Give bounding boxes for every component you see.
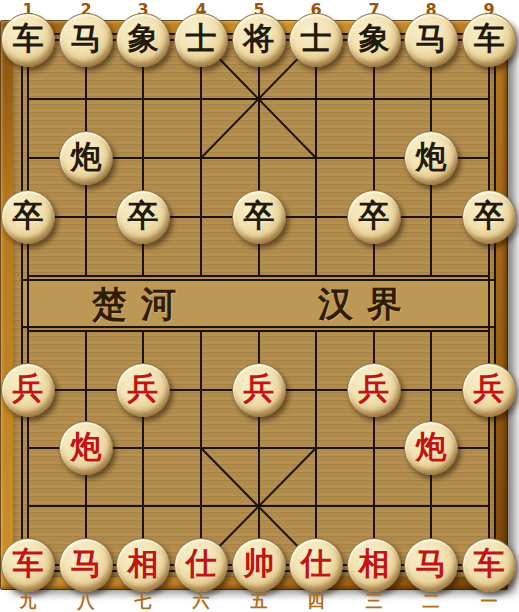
piece-glyph: 兵 (474, 368, 505, 410)
file-label-bottom-1: 九 (8, 590, 48, 612)
piece-red-soldier[interactable]: 兵 (462, 363, 516, 417)
piece-black-soldier[interactable]: 卒 (462, 190, 516, 244)
piece-black-chariot[interactable]: 车 (1, 13, 55, 67)
piece-glyph: 卒 (474, 195, 505, 237)
piece-glyph: 车 (474, 18, 505, 60)
piece-glyph: 兵 (13, 368, 44, 410)
piece-glyph: 卒 (244, 195, 275, 237)
piece-glyph: 兵 (128, 368, 159, 410)
piece-glyph: 车 (13, 18, 44, 60)
piece-glyph: 将 (244, 18, 275, 60)
piece-black-advisor[interactable]: 士 (174, 13, 228, 67)
piece-glyph: 炮 (416, 136, 447, 178)
piece-red-chariot[interactable]: 车 (1, 538, 55, 592)
piece-glyph: 相 (359, 543, 390, 585)
file-label-bottom-9: 一 (469, 590, 509, 612)
piece-glyph: 士 (186, 18, 217, 60)
board-surface[interactable] (13, 33, 495, 577)
piece-red-elephant[interactable]: 相 (347, 538, 401, 592)
piece-glyph: 炮 (416, 426, 447, 468)
file-label-bottom-7: 三 (354, 590, 394, 612)
piece-black-advisor[interactable]: 士 (289, 13, 343, 67)
file-label-bottom-6: 四 (296, 590, 336, 612)
river-label-left: 楚河 (92, 282, 190, 326)
piece-black-soldier[interactable]: 卒 (1, 190, 55, 244)
piece-black-horse[interactable]: 马 (59, 13, 113, 67)
piece-glyph: 马 (416, 18, 447, 60)
piece-red-horse[interactable]: 马 (59, 538, 113, 592)
piece-glyph: 象 (359, 18, 390, 60)
piece-red-soldier[interactable]: 兵 (1, 363, 55, 417)
piece-black-horse[interactable]: 马 (404, 13, 458, 67)
piece-black-soldier[interactable]: 卒 (116, 190, 170, 244)
piece-glyph: 车 (13, 543, 44, 585)
piece-black-chariot[interactable]: 车 (462, 13, 516, 67)
piece-red-soldier[interactable]: 兵 (232, 363, 286, 417)
piece-glyph: 兵 (244, 368, 275, 410)
piece-red-chariot[interactable]: 车 (462, 538, 516, 592)
piece-glyph: 卒 (128, 195, 159, 237)
piece-red-advisor[interactable]: 仕 (174, 538, 228, 592)
piece-black-soldier[interactable]: 卒 (347, 190, 401, 244)
piece-black-elephant[interactable]: 象 (347, 13, 401, 67)
file-label-bottom-4: 六 (181, 590, 221, 612)
piece-red-soldier[interactable]: 兵 (116, 363, 170, 417)
piece-glyph: 卒 (13, 195, 44, 237)
piece-glyph: 车 (474, 543, 505, 585)
piece-red-soldier[interactable]: 兵 (347, 363, 401, 417)
piece-red-general[interactable]: 帅 (232, 538, 286, 592)
piece-glyph: 兵 (359, 368, 390, 410)
piece-glyph: 仕 (186, 543, 217, 585)
river-label-right: 汉界 (318, 282, 416, 326)
piece-red-horse[interactable]: 马 (404, 538, 458, 592)
file-label-bottom-3: 七 (123, 590, 163, 612)
piece-glyph: 象 (128, 18, 159, 60)
piece-black-cannon[interactable]: 炮 (59, 131, 113, 185)
piece-red-advisor[interactable]: 仕 (289, 538, 343, 592)
piece-glyph: 炮 (71, 136, 102, 178)
file-label-bottom-5: 五 (239, 590, 279, 612)
piece-red-cannon[interactable]: 炮 (59, 421, 113, 475)
piece-glyph: 卒 (359, 195, 390, 237)
piece-black-cannon[interactable]: 炮 (404, 131, 458, 185)
piece-glyph: 马 (416, 543, 447, 585)
xiangqi-board-screenshot: 123456789 楚河 汉界 车马象士将士象马车炮炮卒卒卒卒卒兵兵兵兵兵炮炮车… (0, 0, 519, 612)
piece-red-cannon[interactable]: 炮 (404, 421, 458, 475)
piece-glyph: 帅 (244, 543, 275, 585)
piece-black-elephant[interactable]: 象 (116, 13, 170, 67)
piece-glyph: 马 (71, 18, 102, 60)
piece-glyph: 马 (71, 543, 102, 585)
piece-glyph: 仕 (301, 543, 332, 585)
piece-glyph: 炮 (71, 426, 102, 468)
piece-glyph: 士 (301, 18, 332, 60)
file-label-bottom-8: 二 (411, 590, 451, 612)
piece-glyph: 相 (128, 543, 159, 585)
piece-red-elephant[interactable]: 相 (116, 538, 170, 592)
piece-black-general[interactable]: 将 (232, 13, 286, 67)
file-label-bottom-2: 八 (66, 590, 106, 612)
piece-black-soldier[interactable]: 卒 (232, 190, 286, 244)
